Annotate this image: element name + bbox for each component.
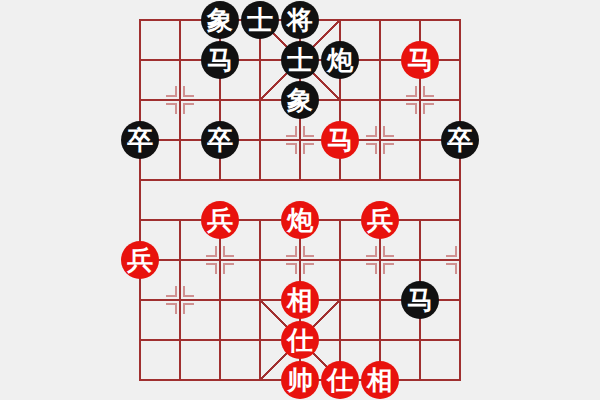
marker-bracket bbox=[166, 86, 177, 97]
grid-line bbox=[179, 59, 181, 80]
grid-line bbox=[339, 99, 341, 120]
grid-line bbox=[139, 19, 141, 40]
grid-line bbox=[459, 299, 461, 320]
marker-bracket bbox=[286, 246, 297, 257]
grid-line bbox=[219, 339, 221, 360]
grid-line bbox=[219, 160, 221, 181]
grid-line bbox=[419, 139, 421, 160]
board-point-0-2[interactable] bbox=[120, 80, 160, 120]
marker-bracket bbox=[286, 126, 297, 137]
position-marker bbox=[366, 246, 394, 274]
grid-line bbox=[360, 339, 381, 341]
grid-line bbox=[379, 59, 400, 61]
grid-line bbox=[419, 320, 421, 341]
position-marker bbox=[206, 246, 234, 274]
board-point-4-4[interactable] bbox=[280, 160, 320, 200]
grid-line bbox=[139, 59, 160, 61]
grid-line bbox=[200, 99, 221, 101]
marker-bracket bbox=[166, 303, 177, 314]
red-advisor[interactable]: 仕 bbox=[281, 321, 319, 359]
grid-line bbox=[179, 339, 200, 341]
grid-line bbox=[139, 219, 141, 240]
grid-line bbox=[379, 320, 381, 341]
grid-line bbox=[139, 99, 160, 101]
board-point-6-0[interactable] bbox=[360, 0, 400, 40]
board-point-7-3[interactable] bbox=[400, 120, 440, 160]
grid-line bbox=[459, 280, 461, 301]
board-point-3-4[interactable] bbox=[240, 160, 280, 200]
grid-line bbox=[360, 59, 381, 61]
red-soldier[interactable]: 兵 bbox=[361, 201, 399, 239]
grid-line bbox=[259, 219, 261, 240]
grid-line bbox=[160, 179, 181, 181]
marker-bracket bbox=[423, 86, 434, 97]
board-point-2-8[interactable] bbox=[200, 320, 240, 360]
grid-line bbox=[200, 179, 221, 181]
board-point-8-5[interactable] bbox=[440, 200, 480, 240]
grid-line bbox=[320, 179, 341, 181]
grid-line bbox=[459, 40, 461, 61]
black-soldier[interactable]: 卒 bbox=[441, 121, 479, 159]
marker-bracket bbox=[183, 103, 194, 114]
grid-line bbox=[179, 19, 200, 21]
marker-bracket bbox=[446, 246, 457, 257]
xiangqi-app: 象士将马士炮马象卒卒马卒兵炮兵兵相马仕帅仕相 bbox=[0, 0, 600, 400]
marker-bracket bbox=[183, 303, 194, 314]
grid-line bbox=[240, 379, 261, 381]
grid-line bbox=[339, 240, 341, 261]
grid-line bbox=[179, 40, 181, 61]
marker-bracket bbox=[183, 286, 194, 297]
grid-line bbox=[139, 40, 141, 61]
black-elephant[interactable]: 象 bbox=[281, 81, 319, 119]
marker-bracket bbox=[383, 126, 394, 137]
grid-line bbox=[379, 19, 381, 40]
grid-line bbox=[459, 179, 461, 200]
board-point-1-4[interactable] bbox=[160, 160, 200, 200]
grid-line bbox=[459, 80, 461, 101]
grid-line bbox=[419, 379, 440, 381]
board-point-8-9[interactable] bbox=[440, 360, 480, 400]
grid-line bbox=[419, 19, 421, 40]
grid-line bbox=[440, 59, 461, 61]
grid-line bbox=[379, 59, 381, 80]
black-advisor[interactable]: 士 bbox=[241, 1, 279, 39]
grid-line bbox=[379, 179, 400, 181]
red-soldier[interactable]: 兵 bbox=[201, 201, 239, 239]
board-point-1-9[interactable] bbox=[160, 360, 200, 400]
grid-line bbox=[240, 59, 261, 61]
grid-line bbox=[400, 19, 421, 21]
marker-bracket bbox=[166, 286, 177, 297]
marker-bracket bbox=[286, 143, 297, 154]
board-point-0-8[interactable] bbox=[120, 320, 160, 360]
grid-line bbox=[400, 139, 421, 141]
grid-line bbox=[339, 160, 341, 181]
grid-line bbox=[219, 299, 221, 320]
grid-line bbox=[160, 139, 181, 141]
black-soldier[interactable]: 卒 bbox=[201, 121, 239, 159]
marker-bracket bbox=[303, 263, 314, 274]
grid-line bbox=[259, 120, 261, 141]
grid-line bbox=[259, 280, 261, 301]
marker-bracket bbox=[223, 263, 234, 274]
grid-line bbox=[240, 299, 261, 301]
grid-line bbox=[240, 219, 261, 221]
marker-bracket bbox=[366, 143, 377, 154]
board-point-6-8[interactable] bbox=[360, 320, 400, 360]
grid-line bbox=[240, 99, 261, 101]
grid-line bbox=[440, 339, 461, 341]
grid-line bbox=[139, 339, 141, 360]
grid-line bbox=[179, 160, 181, 181]
grid-line bbox=[179, 179, 200, 181]
grid-line bbox=[400, 219, 421, 221]
grid-line bbox=[419, 339, 421, 360]
grid-line bbox=[240, 139, 261, 141]
grid-line bbox=[379, 19, 400, 21]
position-marker bbox=[166, 286, 194, 314]
grid-line bbox=[219, 360, 221, 381]
grid-line bbox=[259, 179, 280, 181]
grid-line bbox=[379, 280, 381, 301]
board-point-0-9[interactable] bbox=[120, 360, 160, 400]
marker-bracket bbox=[206, 246, 217, 257]
grid-line bbox=[440, 99, 461, 101]
board-point-5-5[interactable] bbox=[320, 200, 360, 240]
grid-line bbox=[219, 80, 221, 101]
board-point-7-8[interactable] bbox=[400, 320, 440, 360]
grid-line bbox=[299, 179, 320, 181]
grid-line bbox=[360, 19, 381, 21]
grid-line bbox=[459, 160, 461, 181]
grid-line bbox=[419, 259, 440, 261]
red-elephant[interactable]: 相 bbox=[281, 281, 319, 319]
grid-line bbox=[160, 339, 181, 341]
board-point-0-0[interactable] bbox=[120, 0, 160, 40]
black-advisor[interactable]: 士 bbox=[281, 41, 319, 79]
position-marker bbox=[446, 246, 474, 274]
grid-line bbox=[259, 259, 280, 261]
grid-line bbox=[339, 259, 341, 280]
marker-bracket bbox=[383, 246, 394, 257]
grid-line bbox=[179, 360, 181, 381]
board-point-7-0[interactable] bbox=[400, 0, 440, 40]
board-point-8-1[interactable] bbox=[440, 40, 480, 80]
xiangqi-board: 象士将马士炮马象卒卒马卒兵炮兵兵相马仕帅仕相 bbox=[120, 0, 480, 400]
grid-line bbox=[179, 240, 181, 261]
grid-line bbox=[160, 19, 181, 21]
grid-line bbox=[379, 339, 400, 341]
board-point-8-8[interactable] bbox=[440, 320, 480, 360]
red-horse[interactable]: 马 bbox=[401, 41, 439, 79]
board-point-6-7[interactable] bbox=[360, 280, 400, 320]
marker-bracket bbox=[383, 263, 394, 274]
board-point-7-6[interactable] bbox=[400, 240, 440, 280]
grid-line bbox=[419, 19, 440, 21]
grid-line bbox=[139, 299, 160, 301]
marker-bracket bbox=[166, 103, 177, 114]
grid-line bbox=[139, 179, 141, 200]
grid-line bbox=[339, 99, 360, 101]
grid-line bbox=[139, 200, 141, 221]
marker-bracket bbox=[286, 263, 297, 274]
grid-line bbox=[459, 339, 461, 360]
grid-line bbox=[339, 179, 360, 181]
grid-line bbox=[259, 139, 280, 141]
grid-line bbox=[200, 379, 221, 381]
board-point-8-4[interactable] bbox=[440, 160, 480, 200]
grid-line bbox=[419, 219, 440, 221]
board-point-5-4[interactable] bbox=[320, 160, 360, 200]
black-general[interactable]: 将 bbox=[281, 1, 319, 39]
black-cannon[interactable]: 炮 bbox=[321, 41, 359, 79]
grid-line bbox=[179, 259, 200, 261]
grid-line bbox=[339, 19, 360, 21]
board-point-2-2[interactable] bbox=[200, 80, 240, 120]
marker-bracket bbox=[446, 263, 457, 274]
grid-line bbox=[139, 19, 160, 21]
grid-line bbox=[179, 139, 200, 141]
grid-line bbox=[160, 219, 181, 221]
grid-line bbox=[379, 99, 400, 101]
position-marker bbox=[406, 86, 434, 114]
grid-line bbox=[339, 219, 341, 240]
board-point-3-6[interactable] bbox=[240, 240, 280, 280]
grid-line bbox=[160, 59, 181, 61]
grid-line bbox=[459, 320, 461, 341]
board-point-7-5[interactable] bbox=[400, 200, 440, 240]
grid-line bbox=[379, 299, 381, 320]
grid-line bbox=[459, 200, 461, 221]
board-point-1-8[interactable] bbox=[160, 320, 200, 360]
board-point-5-6[interactable] bbox=[320, 240, 360, 280]
grid-line bbox=[259, 259, 261, 280]
grid-line bbox=[139, 80, 141, 101]
grid-line bbox=[280, 179, 301, 181]
marker-bracket bbox=[383, 143, 394, 154]
black-elephant[interactable]: 象 bbox=[201, 1, 239, 39]
board-point-8-0[interactable] bbox=[440, 0, 480, 40]
grid-line bbox=[360, 99, 381, 101]
position-marker bbox=[286, 246, 314, 274]
board-point-3-5[interactable] bbox=[240, 200, 280, 240]
board-point-1-1[interactable] bbox=[160, 40, 200, 80]
red-horse[interactable]: 马 bbox=[321, 121, 359, 159]
red-advisor[interactable]: 仕 bbox=[321, 361, 359, 399]
marker-bracket bbox=[206, 263, 217, 274]
grid-line bbox=[179, 339, 181, 360]
grid-line bbox=[219, 99, 240, 101]
grid-line bbox=[139, 339, 160, 341]
board-point-2-9[interactable] bbox=[200, 360, 240, 400]
grid-line bbox=[400, 179, 421, 181]
red-soldier[interactable]: 兵 bbox=[121, 241, 159, 279]
grid-line bbox=[160, 259, 181, 261]
grid-line bbox=[339, 280, 341, 301]
grid-line bbox=[179, 379, 200, 381]
grid-line bbox=[400, 379, 421, 381]
position-marker bbox=[366, 126, 394, 154]
grid-line bbox=[200, 339, 221, 341]
grid-line bbox=[139, 179, 160, 181]
grid-line bbox=[259, 240, 261, 261]
grid-line bbox=[179, 219, 200, 221]
grid-line bbox=[440, 179, 461, 181]
grid-line bbox=[459, 99, 461, 120]
red-general[interactable]: 帅 bbox=[281, 361, 319, 399]
grid-line bbox=[379, 99, 381, 120]
grid-line bbox=[339, 259, 360, 261]
grid-line bbox=[179, 259, 181, 280]
grid-line bbox=[320, 259, 341, 261]
marker-bracket bbox=[303, 246, 314, 257]
board-point-3-3[interactable] bbox=[240, 120, 280, 160]
grid-line bbox=[219, 339, 240, 341]
grid-line bbox=[259, 99, 261, 120]
grid-line bbox=[139, 219, 160, 221]
position-marker bbox=[166, 86, 194, 114]
marker-bracket bbox=[423, 103, 434, 114]
grid-line bbox=[419, 219, 421, 240]
marker-bracket bbox=[406, 103, 417, 114]
grid-line bbox=[419, 160, 421, 181]
grid-line bbox=[400, 259, 421, 261]
grid-line bbox=[200, 299, 221, 301]
grid-line bbox=[419, 339, 440, 341]
grid-line bbox=[419, 179, 440, 181]
grid-line bbox=[379, 40, 381, 61]
grid-line bbox=[179, 59, 200, 61]
black-horse[interactable]: 马 bbox=[201, 41, 239, 79]
grid-line bbox=[339, 299, 360, 301]
grid-line bbox=[400, 339, 421, 341]
board-point-7-4[interactable] bbox=[400, 160, 440, 200]
grid-line bbox=[179, 320, 181, 341]
grid-line bbox=[259, 160, 261, 181]
grid-line bbox=[379, 80, 381, 101]
marker-bracket bbox=[366, 126, 377, 137]
grid-line bbox=[419, 120, 421, 141]
black-horse[interactable]: 马 bbox=[401, 281, 439, 319]
board-point-1-0[interactable] bbox=[160, 0, 200, 40]
board-point-0-4[interactable] bbox=[120, 160, 160, 200]
grid-line bbox=[360, 299, 381, 301]
board-point-6-4[interactable] bbox=[360, 160, 400, 200]
grid-line bbox=[339, 339, 360, 341]
board-point-1-3[interactable] bbox=[160, 120, 200, 160]
grid-line bbox=[139, 160, 141, 181]
board-point-6-1[interactable] bbox=[360, 40, 400, 80]
grid-line bbox=[419, 240, 421, 261]
board-point-1-6[interactable] bbox=[160, 240, 200, 280]
grid-line bbox=[139, 99, 141, 120]
board-point-0-1[interactable] bbox=[120, 40, 160, 80]
board-point-0-7[interactable] bbox=[120, 280, 160, 320]
red-cannon[interactable]: 炮 bbox=[281, 201, 319, 239]
grid-line bbox=[179, 139, 181, 160]
marker-bracket bbox=[303, 143, 314, 154]
board-point-8-2[interactable] bbox=[440, 80, 480, 120]
grid-line bbox=[240, 179, 261, 181]
grid-line bbox=[139, 320, 141, 341]
grid-line bbox=[320, 219, 341, 221]
marker-bracket bbox=[303, 126, 314, 137]
grid-line bbox=[419, 259, 421, 280]
grid-line bbox=[459, 59, 461, 80]
grid-line bbox=[440, 299, 461, 301]
grid-line bbox=[259, 139, 261, 160]
board-point-0-5[interactable] bbox=[120, 200, 160, 240]
board-point-8-7[interactable] bbox=[440, 280, 480, 320]
marker-bracket bbox=[366, 263, 377, 274]
board-point-7-9[interactable] bbox=[400, 360, 440, 400]
grid-line bbox=[240, 259, 261, 261]
grid-line bbox=[419, 360, 421, 381]
grid-line bbox=[379, 339, 381, 360]
position-marker bbox=[286, 126, 314, 154]
board-point-2-7[interactable] bbox=[200, 280, 240, 320]
grid-line bbox=[379, 299, 400, 301]
grid-line bbox=[219, 299, 240, 301]
grid-line bbox=[379, 160, 381, 181]
grid-line bbox=[240, 339, 261, 341]
grid-line bbox=[219, 99, 221, 120]
grid-line bbox=[419, 139, 440, 141]
grid-line bbox=[440, 379, 461, 381]
grid-line bbox=[259, 219, 280, 221]
black-soldier[interactable]: 卒 bbox=[121, 121, 159, 159]
grid-line bbox=[139, 299, 141, 320]
grid-line bbox=[459, 19, 461, 40]
grid-line bbox=[179, 120, 181, 141]
grid-line bbox=[459, 219, 461, 240]
grid-line bbox=[160, 379, 181, 381]
marker-bracket bbox=[366, 246, 377, 257]
grid-line bbox=[139, 360, 141, 381]
board-point-2-4[interactable] bbox=[200, 160, 240, 200]
board-point-6-2[interactable] bbox=[360, 80, 400, 120]
grid-line bbox=[360, 179, 381, 181]
grid-line bbox=[459, 360, 461, 381]
grid-line bbox=[219, 179, 240, 181]
grid-line bbox=[440, 19, 461, 21]
grid-line bbox=[179, 19, 181, 40]
grid-line bbox=[139, 280, 141, 301]
marker-bracket bbox=[406, 86, 417, 97]
grid-line bbox=[179, 219, 181, 240]
grid-line bbox=[219, 379, 240, 381]
grid-line bbox=[219, 320, 221, 341]
grid-line bbox=[339, 219, 360, 221]
red-elephant[interactable]: 相 bbox=[361, 361, 399, 399]
marker-bracket bbox=[223, 246, 234, 257]
grid-line bbox=[139, 379, 160, 381]
grid-line bbox=[440, 219, 461, 221]
grid-line bbox=[219, 280, 221, 301]
marker-bracket bbox=[183, 86, 194, 97]
board-point-1-5[interactable] bbox=[160, 200, 200, 240]
grid-line bbox=[139, 59, 141, 80]
grid-line bbox=[299, 160, 301, 181]
